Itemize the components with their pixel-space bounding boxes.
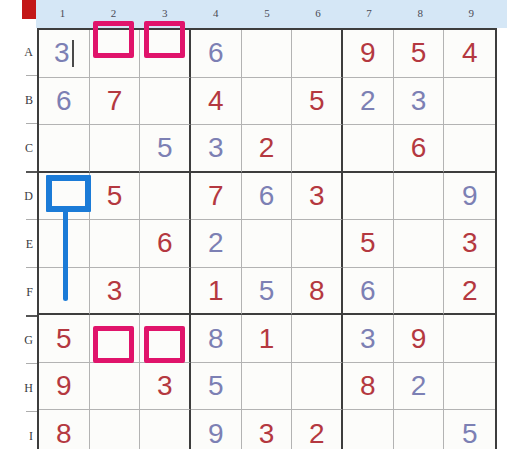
cell-D5[interactable]: 6 (242, 173, 293, 221)
cell-A5[interactable] (242, 30, 293, 78)
cell-digit: 3 (107, 277, 123, 305)
cell-B4[interactable]: 4 (191, 78, 242, 126)
cell-E7[interactable]: 5 (343, 220, 394, 268)
cell-B7[interactable]: 2 (343, 78, 394, 126)
cell-digit: 3 (462, 229, 478, 257)
cell-E8[interactable] (394, 220, 445, 268)
cell-E5[interactable] (242, 220, 293, 268)
cell-A6[interactable] (292, 30, 343, 78)
cell-A1[interactable]: 3 (39, 30, 90, 78)
cell-digit: 9 (360, 39, 376, 67)
grid-tick (26, 75, 37, 76)
row-label-D: D (0, 172, 33, 220)
grid-tick (26, 123, 37, 124)
row-label-B: B (0, 76, 33, 124)
cell-digit: 5 (360, 229, 376, 257)
cell-A4[interactable]: 6 (191, 30, 242, 78)
cell-digit: 8 (309, 277, 325, 305)
cell-I8[interactable] (394, 410, 445, 449)
cell-C3[interactable]: 5 (140, 125, 191, 173)
cell-digit: 6 (411, 134, 427, 162)
row-label-C: C (0, 124, 33, 172)
cell-F2[interactable]: 3 (90, 268, 141, 316)
column-label-6: 6 (293, 1, 344, 27)
cell-B3[interactable] (140, 78, 191, 126)
cell-C9[interactable] (444, 125, 495, 173)
row-label-E: E (0, 220, 33, 268)
cell-G1[interactable]: 5 (39, 315, 90, 363)
cell-I1[interactable]: 8 (39, 410, 90, 449)
column-label-7: 7 (344, 1, 395, 27)
grid-tick (26, 267, 37, 268)
grid-tick (26, 171, 37, 173)
cell-G5[interactable]: 1 (242, 315, 293, 363)
row-label-F: F (0, 268, 33, 316)
cell-digit: 3 (360, 325, 376, 353)
cell-digit: 5 (411, 39, 427, 67)
cell-G8[interactable]: 9 (394, 315, 445, 363)
cell-H6[interactable] (292, 363, 343, 411)
red-corner-block (22, 0, 36, 19)
row-label-H: H (0, 364, 33, 412)
cell-C6[interactable] (292, 125, 343, 173)
cell-digit: 9 (208, 420, 224, 448)
cell-digit: 5 (309, 87, 325, 115)
cell-H5[interactable] (242, 363, 293, 411)
cell-F5[interactable]: 5 (242, 268, 293, 316)
cell-E9[interactable]: 3 (444, 220, 495, 268)
cell-D4[interactable]: 7 (191, 173, 242, 221)
highlight-box-G3[interactable] (144, 326, 185, 363)
cell-D7[interactable] (343, 173, 394, 221)
cell-I6[interactable]: 2 (292, 410, 343, 449)
cell-H3[interactable]: 3 (140, 363, 191, 411)
sudoku-screen: 3695467452353265763962533158625813993582… (0, 0, 507, 449)
cell-H1[interactable]: 9 (39, 363, 90, 411)
cell-digit: 4 (462, 39, 478, 67)
cell-digit: 1 (259, 325, 275, 353)
cell-H7[interactable]: 8 (343, 363, 394, 411)
cell-B8[interactable]: 3 (394, 78, 445, 126)
highlight-box-A3[interactable] (144, 21, 185, 58)
cell-D6[interactable]: 3 (292, 173, 343, 221)
cell-digit: 6 (360, 277, 376, 305)
cell-B5[interactable] (242, 78, 293, 126)
cell-digit: 5 (157, 134, 173, 162)
cell-F4[interactable]: 1 (191, 268, 242, 316)
cell-digit: 8 (56, 420, 72, 448)
cell-digit: 6 (157, 229, 173, 257)
text-cursor (72, 40, 74, 67)
cell-D9[interactable]: 9 (444, 173, 495, 221)
cell-E6[interactable] (292, 220, 343, 268)
cell-digit: 5 (462, 420, 478, 448)
selection-drag-line (63, 211, 68, 301)
cell-G4[interactable]: 8 (191, 315, 242, 363)
cell-H2[interactable] (90, 363, 141, 411)
cell-I5[interactable]: 3 (242, 410, 293, 449)
cell-digit: 3 (208, 134, 224, 162)
cell-digit: 3 (157, 372, 173, 400)
cell-F7[interactable]: 6 (343, 268, 394, 316)
cell-E4[interactable]: 2 (191, 220, 242, 268)
cell-H9[interactable] (444, 363, 495, 411)
sudoku-grid: 3695467452353265763962533158625813993582… (37, 28, 497, 449)
cell-digit: 2 (208, 229, 224, 257)
cell-digit: 7 (208, 182, 224, 210)
cell-digit: 9 (462, 182, 478, 210)
cell-G9[interactable] (444, 315, 495, 363)
cell-I7[interactable] (343, 410, 394, 449)
cell-digit: 5 (208, 372, 224, 400)
cell-E2[interactable] (90, 220, 141, 268)
cell-B9[interactable] (444, 78, 495, 126)
column-label-8: 8 (395, 1, 446, 27)
cell-digit: 3 (54, 39, 70, 67)
cell-I4[interactable]: 9 (191, 410, 242, 449)
cell-digit: 8 (360, 372, 376, 400)
cell-digit: 9 (56, 372, 72, 400)
grid-tick (26, 315, 37, 317)
grid-tick (26, 363, 37, 364)
cell-I2[interactable] (90, 410, 141, 449)
cell-C5[interactable]: 2 (242, 125, 293, 173)
cell-B2[interactable]: 7 (90, 78, 141, 126)
cell-E3[interactable]: 6 (140, 220, 191, 268)
column-label-1: 1 (37, 1, 88, 27)
cell-digit: 6 (259, 182, 275, 210)
cell-digit: 6 (56, 87, 72, 115)
grid-tick (26, 219, 37, 220)
cell-D3[interactable] (140, 173, 191, 221)
cell-I3[interactable] (140, 410, 191, 449)
cell-G6[interactable] (292, 315, 343, 363)
cell-digit: 2 (309, 420, 325, 448)
cell-digit: 5 (56, 325, 72, 353)
selection-box-D1[interactable] (46, 175, 91, 212)
cell-digit: 4 (208, 87, 224, 115)
cell-digit: 7 (107, 87, 123, 115)
cell-I9[interactable]: 5 (444, 410, 495, 449)
cell-C7[interactable] (343, 125, 394, 173)
cell-digit: 2 (259, 134, 275, 162)
row-label-G: G (0, 316, 33, 364)
cell-digit: 3 (259, 420, 275, 448)
highlight-box-G2[interactable] (93, 326, 134, 363)
cell-A9[interactable]: 4 (444, 30, 495, 78)
row-label-A: A (0, 28, 33, 76)
cell-D2[interactable]: 5 (90, 173, 141, 221)
cell-H4[interactable]: 5 (191, 363, 242, 411)
cell-B1[interactable]: 6 (39, 78, 90, 126)
cell-A7[interactable]: 9 (343, 30, 394, 78)
cell-C2[interactable] (90, 125, 141, 173)
cell-C8[interactable]: 6 (394, 125, 445, 173)
cell-F9[interactable]: 2 (444, 268, 495, 316)
cell-digit: 1 (208, 277, 224, 305)
cell-B6[interactable]: 5 (292, 78, 343, 126)
cell-F3[interactable] (140, 268, 191, 316)
cell-digit: 3 (309, 182, 325, 210)
cell-digit: 5 (259, 277, 275, 305)
cell-A8[interactable]: 5 (394, 30, 445, 78)
column-label-5: 5 (241, 1, 292, 27)
cell-digit: 3 (411, 87, 427, 115)
cell-digit: 2 (411, 372, 427, 400)
cell-digit: 5 (107, 182, 123, 210)
cell-F6[interactable]: 8 (292, 268, 343, 316)
column-label-9: 9 (446, 1, 497, 27)
cell-C1[interactable] (39, 125, 90, 173)
highlight-box-A2[interactable] (93, 21, 134, 58)
cell-C4[interactable]: 3 (191, 125, 242, 173)
column-label-4: 4 (190, 1, 241, 27)
cell-H8[interactable]: 2 (394, 363, 445, 411)
cell-digit: 6 (208, 39, 224, 67)
cell-digit: 8 (208, 325, 224, 353)
cell-digit: 9 (411, 325, 427, 353)
cell-D8[interactable] (394, 173, 445, 221)
cell-F8[interactable] (394, 268, 445, 316)
cell-G7[interactable]: 3 (343, 315, 394, 363)
cell-digit: 2 (360, 87, 376, 115)
cell-digit: 2 (462, 277, 478, 305)
row-label-I: I (0, 412, 33, 449)
grid-tick (26, 411, 37, 412)
